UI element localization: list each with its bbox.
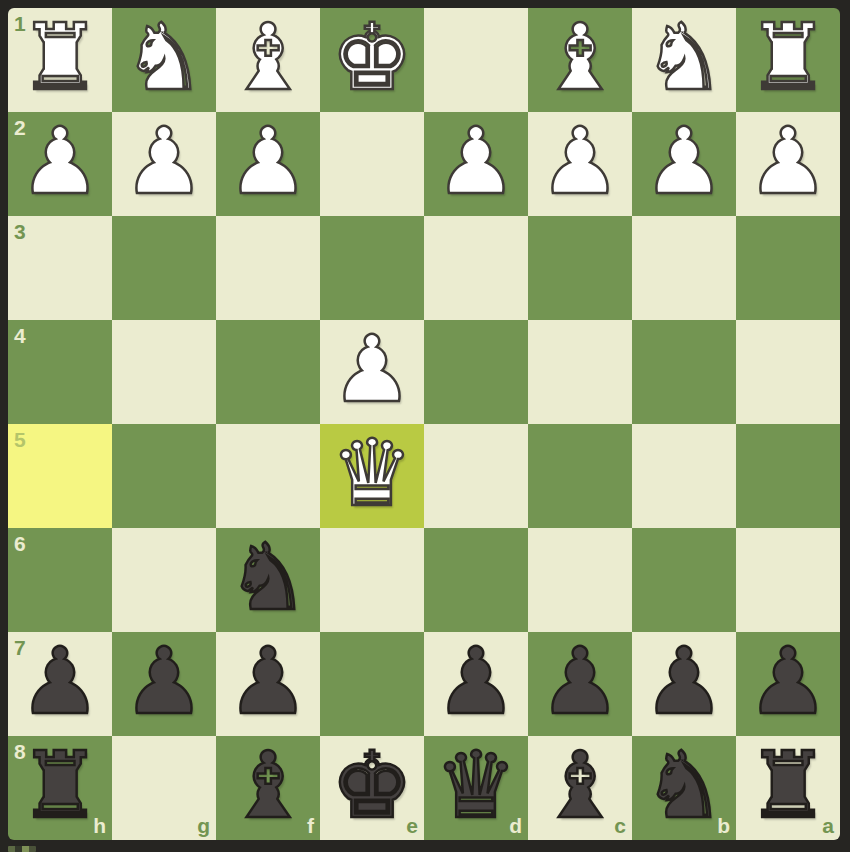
square-b6[interactable] xyxy=(632,528,736,632)
piece-black-king[interactable]: ♚ xyxy=(331,734,413,838)
square-f5[interactable] xyxy=(216,424,320,528)
piece-black-queen[interactable]: ♛ xyxy=(435,734,517,838)
square-g5[interactable] xyxy=(112,424,216,528)
cropped-screenshot-fragment xyxy=(8,846,36,852)
piece-black-rook[interactable]: ♜ xyxy=(747,734,829,838)
rank-label-5: 5 xyxy=(14,429,26,450)
piece-black-pawn[interactable]: ♟ xyxy=(643,630,725,734)
square-d4[interactable] xyxy=(424,320,528,424)
square-c7[interactable]: ♟ xyxy=(528,632,632,736)
rank-label-3: 3 xyxy=(14,221,26,242)
piece-white-knight[interactable]: ♞ xyxy=(123,8,205,110)
square-c5[interactable] xyxy=(528,424,632,528)
square-c4[interactable] xyxy=(528,320,632,424)
square-e7[interactable] xyxy=(320,632,424,736)
piece-white-bishop[interactable]: ♝ xyxy=(227,8,309,110)
square-h1[interactable]: 1♜ xyxy=(8,8,112,112)
square-b1[interactable]: ♞ xyxy=(632,8,736,112)
piece-white-knight[interactable]: ♞ xyxy=(643,8,725,110)
square-a3[interactable] xyxy=(736,216,840,320)
square-d2[interactable]: ♟ xyxy=(424,112,528,216)
square-h7[interactable]: 7♟ xyxy=(8,632,112,736)
piece-white-king[interactable]: ♚ xyxy=(331,8,413,110)
square-f8[interactable]: f♝ xyxy=(216,736,320,840)
square-d6[interactable] xyxy=(424,528,528,632)
square-a1[interactable]: ♜ xyxy=(736,8,840,112)
square-b3[interactable] xyxy=(632,216,736,320)
square-d7[interactable]: ♟ xyxy=(424,632,528,736)
piece-white-pawn[interactable]: ♟ xyxy=(747,110,829,214)
square-f3[interactable] xyxy=(216,216,320,320)
square-d8[interactable]: d♛ xyxy=(424,736,528,840)
square-g1[interactable]: ♞ xyxy=(112,8,216,112)
piece-black-knight[interactable]: ♞ xyxy=(227,526,309,630)
square-g8[interactable]: g xyxy=(112,736,216,840)
piece-black-pawn[interactable]: ♟ xyxy=(227,630,309,734)
piece-black-pawn[interactable]: ♟ xyxy=(539,630,621,734)
square-b4[interactable] xyxy=(632,320,736,424)
square-e1[interactable]: ♚ xyxy=(320,8,424,112)
piece-white-pawn[interactable]: ♟ xyxy=(19,110,101,214)
square-b2[interactable]: ♟ xyxy=(632,112,736,216)
square-g3[interactable] xyxy=(112,216,216,320)
square-f4[interactable] xyxy=(216,320,320,424)
piece-black-bishop[interactable]: ♝ xyxy=(227,734,309,838)
piece-white-pawn[interactable]: ♟ xyxy=(227,110,309,214)
square-f1[interactable]: ♝ xyxy=(216,8,320,112)
square-h4[interactable]: 4 xyxy=(8,320,112,424)
square-e8[interactable]: e♚ xyxy=(320,736,424,840)
square-c2[interactable]: ♟ xyxy=(528,112,632,216)
square-c8[interactable]: c♝ xyxy=(528,736,632,840)
square-e4[interactable]: ♟ xyxy=(320,320,424,424)
rank-label-4: 4 xyxy=(14,325,26,346)
file-label-g: g xyxy=(197,815,210,836)
square-a8[interactable]: a♜ xyxy=(736,736,840,840)
square-a7[interactable]: ♟ xyxy=(736,632,840,736)
square-f7[interactable]: ♟ xyxy=(216,632,320,736)
square-a5[interactable] xyxy=(736,424,840,528)
square-g4[interactable] xyxy=(112,320,216,424)
square-e2[interactable] xyxy=(320,112,424,216)
square-a2[interactable]: ♟ xyxy=(736,112,840,216)
square-c6[interactable] xyxy=(528,528,632,632)
piece-white-pawn[interactable]: ♟ xyxy=(123,110,205,214)
square-a6[interactable] xyxy=(736,528,840,632)
square-c3[interactable] xyxy=(528,216,632,320)
piece-white-pawn[interactable]: ♟ xyxy=(435,110,517,214)
square-e5[interactable]: ♛ xyxy=(320,424,424,528)
square-f2[interactable]: ♟ xyxy=(216,112,320,216)
piece-black-pawn[interactable]: ♟ xyxy=(19,630,101,734)
square-h6[interactable]: 6 xyxy=(8,528,112,632)
piece-white-pawn[interactable]: ♟ xyxy=(331,318,413,422)
square-a4[interactable] xyxy=(736,320,840,424)
piece-white-rook[interactable]: ♜ xyxy=(747,8,829,110)
piece-white-pawn[interactable]: ♟ xyxy=(643,110,725,214)
square-g7[interactable]: ♟ xyxy=(112,632,216,736)
square-d5[interactable] xyxy=(424,424,528,528)
square-f6[interactable]: ♞ xyxy=(216,528,320,632)
square-h5[interactable]: 5 xyxy=(8,424,112,528)
piece-black-rook[interactable]: ♜ xyxy=(19,734,101,838)
square-c1[interactable]: ♝ xyxy=(528,8,632,112)
square-d1[interactable] xyxy=(424,8,528,112)
square-b5[interactable] xyxy=(632,424,736,528)
square-g6[interactable] xyxy=(112,528,216,632)
piece-white-rook[interactable]: ♜ xyxy=(19,8,101,110)
app-screen: 1♜♞♝♚♝♞♜2♟♟♟♟♟♟♟34♟5♛6♞7♟♟♟♟♟♟♟8h♜gf♝e♚d… xyxy=(0,0,850,852)
square-d3[interactable] xyxy=(424,216,528,320)
square-e6[interactable] xyxy=(320,528,424,632)
square-h8[interactable]: 8h♜ xyxy=(8,736,112,840)
square-e3[interactable] xyxy=(320,216,424,320)
square-b8[interactable]: b♞ xyxy=(632,736,736,840)
piece-black-pawn[interactable]: ♟ xyxy=(123,630,205,734)
piece-black-pawn[interactable]: ♟ xyxy=(435,630,517,734)
rank-label-6: 6 xyxy=(14,533,26,554)
square-g2[interactable]: ♟ xyxy=(112,112,216,216)
square-h3[interactable]: 3 xyxy=(8,216,112,320)
piece-white-pawn[interactable]: ♟ xyxy=(539,110,621,214)
piece-black-knight[interactable]: ♞ xyxy=(643,734,725,838)
piece-white-queen[interactable]: ♛ xyxy=(331,422,413,526)
chess-board: 1♜♞♝♚♝♞♜2♟♟♟♟♟♟♟34♟5♛6♞7♟♟♟♟♟♟♟8h♜gf♝e♚d… xyxy=(8,8,840,840)
piece-black-pawn[interactable]: ♟ xyxy=(747,630,829,734)
square-b7[interactable]: ♟ xyxy=(632,632,736,736)
square-h2[interactable]: 2♟ xyxy=(8,112,112,216)
piece-white-bishop[interactable]: ♝ xyxy=(539,8,621,110)
piece-black-bishop[interactable]: ♝ xyxy=(539,734,621,838)
